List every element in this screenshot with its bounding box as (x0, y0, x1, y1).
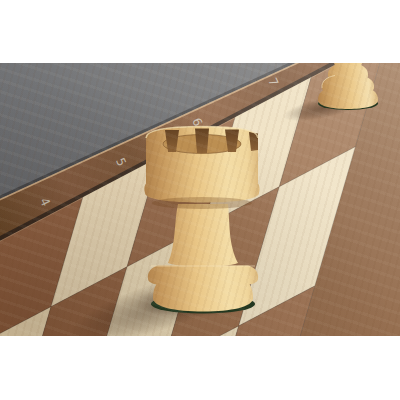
pawn-stem (334, 63, 362, 71)
rook-base-ring (148, 266, 258, 288)
photo-area: 4567 (0, 63, 400, 336)
rook-crenellation-notch-2 (195, 129, 209, 154)
bottom-margin (0, 336, 400, 400)
top-margin (0, 0, 400, 63)
chess-product-photo: 4567 (0, 0, 400, 400)
rook-neck-shadow (152, 197, 252, 209)
scene-svg: 4567 (0, 63, 400, 336)
rook-body (168, 204, 238, 267)
